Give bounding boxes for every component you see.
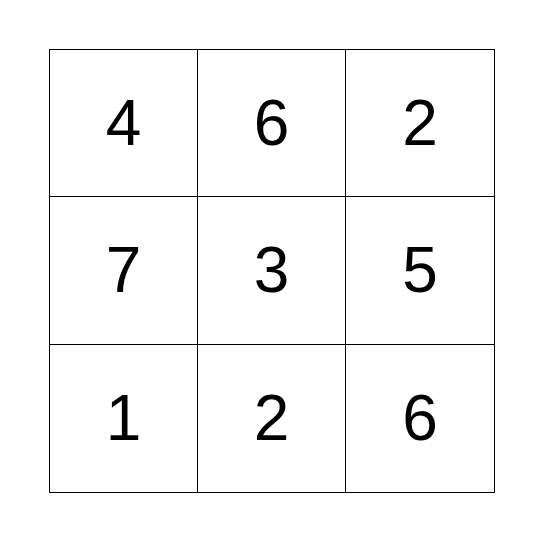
cell-r3c1-value: 1 (106, 386, 142, 450)
cell-r3c3-value: 6 (402, 386, 438, 450)
cell-r1c1-value: 4 (106, 91, 142, 155)
cell-r1c1[interactable]: 4 (50, 50, 198, 197)
number-grid-board: 4 6 2 7 3 5 1 2 6 (49, 49, 495, 493)
cell-r1c2-value: 6 (254, 91, 290, 155)
cell-r2c1-value: 7 (106, 238, 142, 302)
cell-r3c1[interactable]: 1 (50, 345, 198, 492)
cell-r2c3-value: 5 (402, 238, 438, 302)
cell-r2c2[interactable]: 3 (198, 197, 346, 344)
cell-r3c2-value: 2 (254, 386, 290, 450)
cell-r1c3[interactable]: 2 (346, 50, 494, 197)
grid-3x3: 4 6 2 7 3 5 1 2 6 (49, 49, 495, 493)
cell-r2c1[interactable]: 7 (50, 197, 198, 344)
cell-r2c2-value: 3 (254, 238, 290, 302)
cell-r3c2[interactable]: 2 (198, 345, 346, 492)
cell-r1c3-value: 2 (402, 91, 438, 155)
cell-r2c3[interactable]: 5 (346, 197, 494, 344)
cell-r1c2[interactable]: 6 (198, 50, 346, 197)
cell-r3c3[interactable]: 6 (346, 345, 494, 492)
